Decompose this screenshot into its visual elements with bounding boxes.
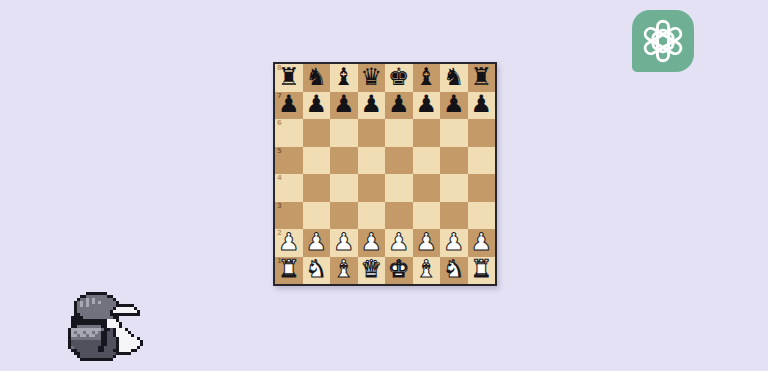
rank-label-6: 6	[277, 119, 282, 127]
square-d4[interactable]	[358, 174, 386, 202]
white-pawn[interactable]: ♟	[278, 230, 300, 254]
square-b6[interactable]	[303, 119, 331, 147]
white-king[interactable]: ♚	[388, 257, 410, 281]
black-pawn[interactable]: ♟	[443, 92, 465, 116]
square-e3[interactable]	[385, 202, 413, 230]
square-a1[interactable]: 1♜	[275, 257, 303, 285]
white-queen[interactable]: ♛	[360, 257, 382, 281]
black-rook[interactable]: ♜	[278, 65, 300, 89]
square-f3[interactable]	[413, 202, 441, 230]
chatgpt-logo	[632, 10, 694, 72]
square-a4[interactable]: 4	[275, 174, 303, 202]
pokemon-trainer-back-sprite	[68, 292, 146, 361]
rank-label-5: 5	[277, 147, 282, 155]
square-f2[interactable]: ♟	[413, 229, 441, 257]
white-knight[interactable]: ♞	[443, 257, 465, 281]
white-rook[interactable]: ♜	[470, 257, 492, 281]
square-b5[interactable]	[303, 147, 331, 175]
chess-board[interactable]: 8♜♞♝♛♚♝♞♜7♟♟♟♟♟♟♟♟65432♟♟♟♟♟♟♟♟1♜♞♝♛♚♝♞♜	[273, 62, 497, 286]
square-h1[interactable]: ♜	[468, 257, 496, 285]
rank-label-4: 4	[277, 174, 282, 182]
white-pawn[interactable]: ♟	[415, 230, 437, 254]
white-bishop[interactable]: ♝	[415, 257, 437, 281]
openai-knot-icon	[640, 18, 686, 64]
white-pawn[interactable]: ♟	[305, 230, 327, 254]
white-pawn[interactable]: ♟	[388, 230, 410, 254]
black-queen[interactable]: ♛	[360, 65, 382, 89]
square-h6[interactable]	[468, 119, 496, 147]
square-c4[interactable]	[330, 174, 358, 202]
black-rook[interactable]: ♜	[470, 65, 492, 89]
square-f7[interactable]: ♟	[413, 92, 441, 120]
black-bishop[interactable]: ♝	[333, 65, 355, 89]
black-knight[interactable]: ♞	[305, 65, 327, 89]
square-h8[interactable]: ♜	[468, 64, 496, 92]
square-f1[interactable]: ♝	[413, 257, 441, 285]
square-f8[interactable]: ♝	[413, 64, 441, 92]
square-e7[interactable]: ♟	[385, 92, 413, 120]
square-g5[interactable]	[440, 147, 468, 175]
square-b2[interactable]: ♟	[303, 229, 331, 257]
square-g4[interactable]	[440, 174, 468, 202]
sprite-pixels	[68, 292, 71, 295]
black-knight[interactable]: ♞	[443, 65, 465, 89]
black-pawn[interactable]: ♟	[388, 92, 410, 116]
square-e4[interactable]	[385, 174, 413, 202]
square-f6[interactable]	[413, 119, 441, 147]
square-c8[interactable]: ♝	[330, 64, 358, 92]
white-rook[interactable]: ♜	[278, 257, 300, 281]
square-h4[interactable]	[468, 174, 496, 202]
square-f4[interactable]	[413, 174, 441, 202]
square-e5[interactable]	[385, 147, 413, 175]
square-b7[interactable]: ♟	[303, 92, 331, 120]
square-a7[interactable]: 7♟	[275, 92, 303, 120]
square-d8[interactable]: ♛	[358, 64, 386, 92]
square-a8[interactable]: 8♜	[275, 64, 303, 92]
square-e6[interactable]	[385, 119, 413, 147]
square-d1[interactable]: ♛	[358, 257, 386, 285]
black-pawn[interactable]: ♟	[333, 92, 355, 116]
black-pawn[interactable]: ♟	[415, 92, 437, 116]
white-knight[interactable]: ♞	[305, 257, 327, 281]
square-a5[interactable]: 5	[275, 147, 303, 175]
rank-label-3: 3	[277, 202, 282, 210]
black-king[interactable]: ♚	[388, 65, 410, 89]
square-f5[interactable]	[413, 147, 441, 175]
square-h5[interactable]	[468, 147, 496, 175]
black-bishop[interactable]: ♝	[415, 65, 437, 89]
black-pawn[interactable]: ♟	[305, 92, 327, 116]
square-b4[interactable]	[303, 174, 331, 202]
black-pawn[interactable]: ♟	[360, 92, 382, 116]
white-pawn[interactable]: ♟	[470, 230, 492, 254]
square-b8[interactable]: ♞	[303, 64, 331, 92]
square-d6[interactable]	[358, 119, 386, 147]
square-d7[interactable]: ♟	[358, 92, 386, 120]
square-c7[interactable]: ♟	[330, 92, 358, 120]
square-d3[interactable]	[358, 202, 386, 230]
square-c3[interactable]	[330, 202, 358, 230]
square-a2[interactable]: 2♟	[275, 229, 303, 257]
square-e2[interactable]: ♟	[385, 229, 413, 257]
square-e8[interactable]: ♚	[385, 64, 413, 92]
square-a6[interactable]: 6	[275, 119, 303, 147]
square-g6[interactable]	[440, 119, 468, 147]
square-d2[interactable]: ♟	[358, 229, 386, 257]
white-pawn[interactable]: ♟	[443, 230, 465, 254]
square-g2[interactable]: ♟	[440, 229, 468, 257]
square-d5[interactable]	[358, 147, 386, 175]
white-bishop[interactable]: ♝	[333, 257, 355, 281]
square-g3[interactable]	[440, 202, 468, 230]
square-g7[interactable]: ♟	[440, 92, 468, 120]
square-c5[interactable]	[330, 147, 358, 175]
black-pawn[interactable]: ♟	[278, 92, 300, 116]
square-h7[interactable]: ♟	[468, 92, 496, 120]
square-h2[interactable]: ♟	[468, 229, 496, 257]
square-b1[interactable]: ♞	[303, 257, 331, 285]
white-pawn[interactable]: ♟	[360, 230, 382, 254]
square-c1[interactable]: ♝	[330, 257, 358, 285]
square-e1[interactable]: ♚	[385, 257, 413, 285]
app-canvas: 8♜♞♝♛♚♝♞♜7♟♟♟♟♟♟♟♟65432♟♟♟♟♟♟♟♟1♜♞♝♛♚♝♞♜	[0, 0, 768, 371]
white-pawn[interactable]: ♟	[333, 230, 355, 254]
square-a3[interactable]: 3	[275, 202, 303, 230]
black-pawn[interactable]: ♟	[470, 92, 492, 116]
square-b3[interactable]	[303, 202, 331, 230]
square-c6[interactable]	[330, 119, 358, 147]
square-h3[interactable]	[468, 202, 496, 230]
square-g1[interactable]: ♞	[440, 257, 468, 285]
square-g8[interactable]: ♞	[440, 64, 468, 92]
square-c2[interactable]: ♟	[330, 229, 358, 257]
